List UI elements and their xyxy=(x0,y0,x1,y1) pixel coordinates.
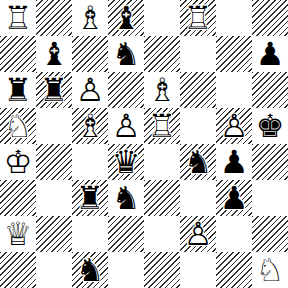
piece-glyph: ♟ xyxy=(216,144,252,180)
piece-glyph: ♗ xyxy=(72,108,108,144)
square-e2[interactable] xyxy=(144,216,180,252)
piece-white-queen-a2[interactable]: ♛♕ xyxy=(0,216,36,252)
piece-glyph: ♖ xyxy=(180,0,216,36)
piece-glyph: ♞ xyxy=(180,144,216,180)
square-d7[interactable]: ♞♞ xyxy=(108,36,144,72)
square-f8[interactable]: ♜♖ xyxy=(180,0,216,36)
square-c6[interactable]: ♟♙ xyxy=(72,72,108,108)
piece-black-pawn-h7[interactable]: ♟♟ xyxy=(252,36,288,72)
piece-glyph: ♞ xyxy=(72,252,108,288)
piece-glyph: ♝ xyxy=(36,36,72,72)
square-g5[interactable]: ♟♙ xyxy=(216,108,252,144)
square-e1[interactable] xyxy=(144,252,180,288)
square-f3[interactable] xyxy=(180,180,216,216)
square-a3[interactable] xyxy=(0,180,36,216)
piece-black-pawn-g3[interactable]: ♟♟ xyxy=(216,180,252,216)
piece-glyph: ♜ xyxy=(0,72,36,108)
square-f7[interactable] xyxy=(180,36,216,72)
piece-white-pawn-f2[interactable]: ♟♙ xyxy=(180,216,216,252)
piece-white-pawn-d5[interactable]: ♟♙ xyxy=(108,108,144,144)
square-h2[interactable] xyxy=(252,216,288,252)
square-b8[interactable] xyxy=(36,0,72,36)
piece-glyph: ♔ xyxy=(0,144,36,180)
piece-glyph: ♟ xyxy=(216,180,252,216)
piece-glyph: ♞ xyxy=(108,180,144,216)
piece-black-knight-c1[interactable]: ♞♞ xyxy=(72,252,108,288)
square-g2[interactable] xyxy=(216,216,252,252)
square-g7[interactable] xyxy=(216,36,252,72)
piece-black-bishop-d8[interactable]: ♝♝ xyxy=(108,0,144,36)
square-c4[interactable] xyxy=(72,144,108,180)
square-c1[interactable]: ♞♞ xyxy=(72,252,108,288)
piece-black-bishop-b7[interactable]: ♝♝ xyxy=(36,36,72,72)
square-b2[interactable] xyxy=(36,216,72,252)
piece-glyph: ♟ xyxy=(252,36,288,72)
square-f5[interactable] xyxy=(180,108,216,144)
square-d4[interactable]: ♛♛ xyxy=(108,144,144,180)
piece-black-rook-b6[interactable]: ♜♜ xyxy=(36,72,72,108)
square-g8[interactable] xyxy=(216,0,252,36)
piece-black-rook-c3[interactable]: ♜♜ xyxy=(72,180,108,216)
square-e7[interactable] xyxy=(144,36,180,72)
square-c7[interactable] xyxy=(72,36,108,72)
square-e5[interactable]: ♜♖ xyxy=(144,108,180,144)
piece-glyph: ♙ xyxy=(216,108,252,144)
piece-white-rook-a8[interactable]: ♜♖ xyxy=(0,0,36,36)
square-d2[interactable] xyxy=(108,216,144,252)
piece-white-bishop-c5[interactable]: ♝♗ xyxy=(72,108,108,144)
piece-white-rook-e5[interactable]: ♜♖ xyxy=(144,108,180,144)
square-d3[interactable]: ♞♞ xyxy=(108,180,144,216)
square-g6[interactable] xyxy=(216,72,252,108)
square-f2[interactable]: ♟♙ xyxy=(180,216,216,252)
square-c5[interactable]: ♝♗ xyxy=(72,108,108,144)
square-f4[interactable]: ♞♞ xyxy=(180,144,216,180)
square-h7[interactable]: ♟♟ xyxy=(252,36,288,72)
square-b6[interactable]: ♜♜ xyxy=(36,72,72,108)
piece-white-rook-f8[interactable]: ♜♖ xyxy=(180,0,216,36)
piece-white-pawn-g5[interactable]: ♟♙ xyxy=(216,108,252,144)
piece-glyph: ♘ xyxy=(252,252,288,288)
square-e3[interactable] xyxy=(144,180,180,216)
piece-white-bishop-e6[interactable]: ♝♗ xyxy=(144,72,180,108)
piece-white-knight-a5[interactable]: ♞♘ xyxy=(0,108,36,144)
piece-white-knight-h1[interactable]: ♞♘ xyxy=(252,252,288,288)
piece-white-bishop-c8[interactable]: ♝♗ xyxy=(72,0,108,36)
square-a1[interactable] xyxy=(0,252,36,288)
piece-black-knight-d7[interactable]: ♞♞ xyxy=(108,36,144,72)
square-h6[interactable] xyxy=(252,72,288,108)
piece-white-king-a4[interactable]: ♚♔ xyxy=(0,144,36,180)
square-g1[interactable] xyxy=(216,252,252,288)
square-h4[interactable] xyxy=(252,144,288,180)
piece-black-knight-d3[interactable]: ♞♞ xyxy=(108,180,144,216)
square-h5[interactable]: ♚♚ xyxy=(252,108,288,144)
square-d6[interactable] xyxy=(108,72,144,108)
piece-black-queen-d4[interactable]: ♛♛ xyxy=(108,144,144,180)
piece-glyph: ♚ xyxy=(252,108,288,144)
chess-board: ♜♖♝♗♝♝♜♖♝♝♞♞♟♟♜♜♜♜♟♙♝♗♞♘♝♗♟♙♜♖♟♙♚♚♚♔♛♛♞♞… xyxy=(0,0,288,288)
piece-glyph: ♙ xyxy=(180,216,216,252)
piece-glyph: ♙ xyxy=(72,72,108,108)
square-a5[interactable]: ♞♘ xyxy=(0,108,36,144)
square-c3[interactable]: ♜♜ xyxy=(72,180,108,216)
piece-black-rook-a6[interactable]: ♜♜ xyxy=(0,72,36,108)
square-f1[interactable] xyxy=(180,252,216,288)
square-a6[interactable]: ♜♜ xyxy=(0,72,36,108)
square-e6[interactable]: ♝♗ xyxy=(144,72,180,108)
square-d1[interactable] xyxy=(108,252,144,288)
square-h1[interactable]: ♞♘ xyxy=(252,252,288,288)
square-a2[interactable]: ♛♕ xyxy=(0,216,36,252)
piece-glyph: ♛ xyxy=(108,144,144,180)
square-g3[interactable]: ♟♟ xyxy=(216,180,252,216)
piece-glyph: ♗ xyxy=(72,0,108,36)
square-h3[interactable] xyxy=(252,180,288,216)
piece-glyph: ♗ xyxy=(144,72,180,108)
square-g4[interactable]: ♟♟ xyxy=(216,144,252,180)
piece-black-pawn-g4[interactable]: ♟♟ xyxy=(216,144,252,180)
square-h8[interactable] xyxy=(252,0,288,36)
piece-glyph: ♞ xyxy=(108,36,144,72)
square-f6[interactable] xyxy=(180,72,216,108)
piece-glyph: ♘ xyxy=(0,108,36,144)
square-d8[interactable]: ♝♝ xyxy=(108,0,144,36)
square-b4[interactable] xyxy=(36,144,72,180)
piece-glyph: ♙ xyxy=(108,108,144,144)
piece-white-pawn-c6[interactable]: ♟♙ xyxy=(72,72,108,108)
piece-black-knight-f4[interactable]: ♞♞ xyxy=(180,144,216,180)
square-c8[interactable]: ♝♗ xyxy=(72,0,108,36)
piece-glyph: ♕ xyxy=(0,216,36,252)
square-e8[interactable] xyxy=(144,0,180,36)
piece-glyph: ♝ xyxy=(108,0,144,36)
square-a4[interactable]: ♚♔ xyxy=(0,144,36,180)
square-b7[interactable]: ♝♝ xyxy=(36,36,72,72)
piece-glyph: ♜ xyxy=(72,180,108,216)
piece-black-king-h5[interactable]: ♚♚ xyxy=(252,108,288,144)
piece-glyph: ♖ xyxy=(144,108,180,144)
square-c2[interactable] xyxy=(72,216,108,252)
square-e4[interactable] xyxy=(144,144,180,180)
square-b5[interactable] xyxy=(36,108,72,144)
square-b1[interactable] xyxy=(36,252,72,288)
piece-glyph: ♖ xyxy=(0,0,36,36)
square-d5[interactable]: ♟♙ xyxy=(108,108,144,144)
square-a7[interactable] xyxy=(0,36,36,72)
square-b3[interactable] xyxy=(36,180,72,216)
piece-glyph: ♜ xyxy=(36,72,72,108)
square-a8[interactable]: ♜♖ xyxy=(0,0,36,36)
